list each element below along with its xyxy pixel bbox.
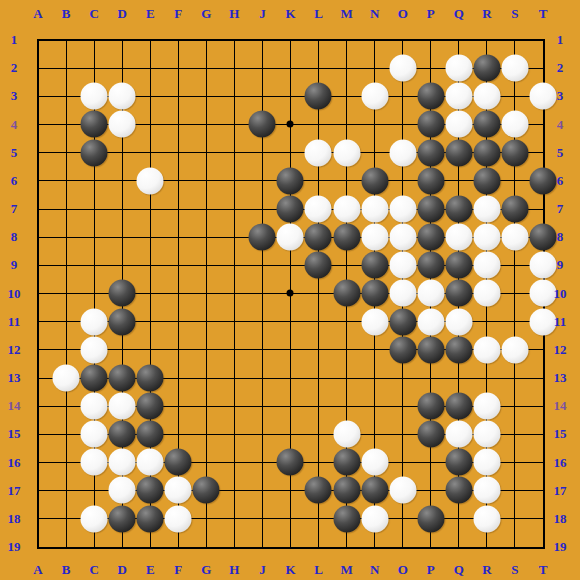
intersection-H3[interactable]	[220, 82, 248, 110]
intersection-R13[interactable]	[473, 364, 501, 392]
intersection-O9[interactable]	[389, 251, 417, 279]
intersection-L16[interactable]	[304, 448, 332, 476]
intersection-P16[interactable]	[417, 448, 445, 476]
intersection-A4[interactable]	[24, 110, 52, 138]
intersection-C3[interactable]	[80, 82, 108, 110]
intersection-K8[interactable]	[276, 223, 304, 251]
intersection-D6[interactable]	[108, 167, 136, 195]
intersection-C14[interactable]	[80, 392, 108, 420]
intersection-S13[interactable]	[501, 364, 529, 392]
intersection-F18[interactable]	[164, 505, 192, 533]
intersection-E13[interactable]	[136, 364, 164, 392]
intersection-O19[interactable]	[389, 533, 417, 561]
intersection-F8[interactable]	[164, 223, 192, 251]
intersection-F6[interactable]	[164, 167, 192, 195]
intersection-L15[interactable]	[304, 420, 332, 448]
intersection-P12[interactable]	[417, 336, 445, 364]
intersection-J6[interactable]	[248, 167, 276, 195]
intersection-L19[interactable]	[304, 533, 332, 561]
intersection-B12[interactable]	[52, 336, 80, 364]
intersection-S2[interactable]	[501, 54, 529, 82]
intersection-F7[interactable]	[164, 195, 192, 223]
intersection-L14[interactable]	[304, 392, 332, 420]
intersection-S11[interactable]	[501, 307, 529, 335]
intersection-L17[interactable]	[304, 476, 332, 504]
intersection-H17[interactable]	[220, 476, 248, 504]
intersection-L7[interactable]	[304, 195, 332, 223]
intersection-A10[interactable]	[24, 279, 52, 307]
intersection-O7[interactable]	[389, 195, 417, 223]
intersection-H12[interactable]	[220, 336, 248, 364]
intersection-S17[interactable]	[501, 476, 529, 504]
intersection-B14[interactable]	[52, 392, 80, 420]
intersection-C6[interactable]	[80, 167, 108, 195]
intersection-J15[interactable]	[248, 420, 276, 448]
intersection-H6[interactable]	[220, 167, 248, 195]
intersection-B16[interactable]	[52, 448, 80, 476]
intersection-J11[interactable]	[248, 307, 276, 335]
intersection-N12[interactable]	[361, 336, 389, 364]
intersection-C15[interactable]	[80, 420, 108, 448]
intersection-G12[interactable]	[192, 336, 220, 364]
intersection-A15[interactable]	[24, 420, 52, 448]
intersection-P5[interactable]	[417, 139, 445, 167]
intersection-J8[interactable]	[248, 223, 276, 251]
intersection-G7[interactable]	[192, 195, 220, 223]
intersection-D9[interactable]	[108, 251, 136, 279]
intersection-C1[interactable]	[80, 26, 108, 54]
intersection-A14[interactable]	[24, 392, 52, 420]
intersection-N9[interactable]	[361, 251, 389, 279]
intersection-E19[interactable]	[136, 533, 164, 561]
intersection-C17[interactable]	[80, 476, 108, 504]
intersection-L12[interactable]	[304, 336, 332, 364]
intersection-M16[interactable]	[332, 448, 360, 476]
intersection-R19[interactable]	[473, 533, 501, 561]
intersection-B18[interactable]	[52, 505, 80, 533]
intersection-E8[interactable]	[136, 223, 164, 251]
intersection-L10[interactable]	[304, 279, 332, 307]
intersection-M10[interactable]	[332, 279, 360, 307]
intersection-K10[interactable]	[276, 279, 304, 307]
intersection-J16[interactable]	[248, 448, 276, 476]
intersection-E4[interactable]	[136, 110, 164, 138]
intersection-L11[interactable]	[304, 307, 332, 335]
intersection-G10[interactable]	[192, 279, 220, 307]
intersection-D11[interactable]	[108, 307, 136, 335]
intersection-M9[interactable]	[332, 251, 360, 279]
intersection-B7[interactable]	[52, 195, 80, 223]
intersection-C5[interactable]	[80, 139, 108, 167]
intersection-B8[interactable]	[52, 223, 80, 251]
intersection-P1[interactable]	[417, 26, 445, 54]
intersection-N8[interactable]	[361, 223, 389, 251]
intersection-C9[interactable]	[80, 251, 108, 279]
intersection-O12[interactable]	[389, 336, 417, 364]
intersection-L2[interactable]	[304, 54, 332, 82]
intersection-O1[interactable]	[389, 26, 417, 54]
intersection-J4[interactable]	[248, 110, 276, 138]
intersection-H1[interactable]	[220, 26, 248, 54]
intersection-C10[interactable]	[80, 279, 108, 307]
intersection-S10[interactable]	[501, 279, 529, 307]
intersection-H7[interactable]	[220, 195, 248, 223]
intersection-K18[interactable]	[276, 505, 304, 533]
intersection-E6[interactable]	[136, 167, 164, 195]
intersection-P19[interactable]	[417, 533, 445, 561]
intersection-J18[interactable]	[248, 505, 276, 533]
intersection-N14[interactable]	[361, 392, 389, 420]
intersection-Q13[interactable]	[445, 364, 473, 392]
intersection-D1[interactable]	[108, 26, 136, 54]
intersection-H4[interactable]	[220, 110, 248, 138]
intersection-E2[interactable]	[136, 54, 164, 82]
intersection-Q18[interactable]	[445, 505, 473, 533]
intersection-N5[interactable]	[361, 139, 389, 167]
intersection-H19[interactable]	[220, 533, 248, 561]
intersection-Q5[interactable]	[445, 139, 473, 167]
intersection-R4[interactable]	[473, 110, 501, 138]
intersection-P8[interactable]	[417, 223, 445, 251]
intersection-J14[interactable]	[248, 392, 276, 420]
intersection-F16[interactable]	[164, 448, 192, 476]
intersection-O10[interactable]	[389, 279, 417, 307]
intersection-C13[interactable]	[80, 364, 108, 392]
intersection-L5[interactable]	[304, 139, 332, 167]
intersection-K2[interactable]	[276, 54, 304, 82]
intersection-L1[interactable]	[304, 26, 332, 54]
intersection-K1[interactable]	[276, 26, 304, 54]
intersection-F10[interactable]	[164, 279, 192, 307]
intersection-R2[interactable]	[473, 54, 501, 82]
intersection-C8[interactable]	[80, 223, 108, 251]
intersection-O2[interactable]	[389, 54, 417, 82]
intersection-G13[interactable]	[192, 364, 220, 392]
intersection-S3[interactable]	[501, 82, 529, 110]
intersection-H5[interactable]	[220, 139, 248, 167]
intersection-J3[interactable]	[248, 82, 276, 110]
intersection-P4[interactable]	[417, 110, 445, 138]
intersection-P9[interactable]	[417, 251, 445, 279]
intersection-M3[interactable]	[332, 82, 360, 110]
intersection-F13[interactable]	[164, 364, 192, 392]
intersection-J7[interactable]	[248, 195, 276, 223]
intersection-G16[interactable]	[192, 448, 220, 476]
intersection-G2[interactable]	[192, 54, 220, 82]
intersection-P18[interactable]	[417, 505, 445, 533]
intersection-M7[interactable]	[332, 195, 360, 223]
intersection-S19[interactable]	[501, 533, 529, 561]
intersection-Q6[interactable]	[445, 167, 473, 195]
intersection-K17[interactable]	[276, 476, 304, 504]
intersection-D3[interactable]	[108, 82, 136, 110]
intersection-J9[interactable]	[248, 251, 276, 279]
intersection-Q1[interactable]	[445, 26, 473, 54]
intersection-P15[interactable]	[417, 420, 445, 448]
intersection-D16[interactable]	[108, 448, 136, 476]
intersection-R7[interactable]	[473, 195, 501, 223]
intersection-C7[interactable]	[80, 195, 108, 223]
intersection-R1[interactable]	[473, 26, 501, 54]
intersection-M8[interactable]	[332, 223, 360, 251]
intersection-R12[interactable]	[473, 336, 501, 364]
intersection-N3[interactable]	[361, 82, 389, 110]
intersection-B2[interactable]	[52, 54, 80, 82]
intersection-N18[interactable]	[361, 505, 389, 533]
intersection-A2[interactable]	[24, 54, 52, 82]
intersection-Q17[interactable]	[445, 476, 473, 504]
intersection-S8[interactable]	[501, 223, 529, 251]
intersection-Q16[interactable]	[445, 448, 473, 476]
intersection-D2[interactable]	[108, 54, 136, 82]
intersection-R15[interactable]	[473, 420, 501, 448]
intersection-N2[interactable]	[361, 54, 389, 82]
intersection-C2[interactable]	[80, 54, 108, 82]
intersection-K9[interactable]	[276, 251, 304, 279]
intersection-J1[interactable]	[248, 26, 276, 54]
intersection-Q3[interactable]	[445, 82, 473, 110]
intersection-Q8[interactable]	[445, 223, 473, 251]
intersection-H8[interactable]	[220, 223, 248, 251]
intersection-M11[interactable]	[332, 307, 360, 335]
intersection-B13[interactable]	[52, 364, 80, 392]
intersection-A3[interactable]	[24, 82, 52, 110]
intersection-J19[interactable]	[248, 533, 276, 561]
intersection-E14[interactable]	[136, 392, 164, 420]
intersection-H16[interactable]	[220, 448, 248, 476]
intersection-C11[interactable]	[80, 307, 108, 335]
intersection-G18[interactable]	[192, 505, 220, 533]
intersection-N11[interactable]	[361, 307, 389, 335]
intersection-F2[interactable]	[164, 54, 192, 82]
intersection-K3[interactable]	[276, 82, 304, 110]
intersection-H11[interactable]	[220, 307, 248, 335]
intersection-O6[interactable]	[389, 167, 417, 195]
intersection-J2[interactable]	[248, 54, 276, 82]
intersection-D4[interactable]	[108, 110, 136, 138]
intersection-N4[interactable]	[361, 110, 389, 138]
intersection-B1[interactable]	[52, 26, 80, 54]
intersection-K5[interactable]	[276, 139, 304, 167]
intersection-E15[interactable]	[136, 420, 164, 448]
intersection-G6[interactable]	[192, 167, 220, 195]
intersection-K19[interactable]	[276, 533, 304, 561]
intersection-E10[interactable]	[136, 279, 164, 307]
intersection-Q7[interactable]	[445, 195, 473, 223]
intersection-N7[interactable]	[361, 195, 389, 223]
intersection-Q10[interactable]	[445, 279, 473, 307]
intersection-B10[interactable]	[52, 279, 80, 307]
intersection-H15[interactable]	[220, 420, 248, 448]
intersection-D17[interactable]	[108, 476, 136, 504]
intersection-B3[interactable]	[52, 82, 80, 110]
intersection-C18[interactable]	[80, 505, 108, 533]
intersection-A7[interactable]	[24, 195, 52, 223]
intersection-O15[interactable]	[389, 420, 417, 448]
intersection-E1[interactable]	[136, 26, 164, 54]
intersection-P6[interactable]	[417, 167, 445, 195]
intersection-M4[interactable]	[332, 110, 360, 138]
intersection-R16[interactable]	[473, 448, 501, 476]
intersection-M13[interactable]	[332, 364, 360, 392]
intersection-F11[interactable]	[164, 307, 192, 335]
intersection-J13[interactable]	[248, 364, 276, 392]
intersection-R5[interactable]	[473, 139, 501, 167]
intersection-M2[interactable]	[332, 54, 360, 82]
intersection-M5[interactable]	[332, 139, 360, 167]
intersection-G11[interactable]	[192, 307, 220, 335]
intersection-S9[interactable]	[501, 251, 529, 279]
intersection-Q15[interactable]	[445, 420, 473, 448]
intersection-L18[interactable]	[304, 505, 332, 533]
intersection-E11[interactable]	[136, 307, 164, 335]
intersection-N1[interactable]	[361, 26, 389, 54]
intersection-K4[interactable]	[276, 110, 304, 138]
intersection-R17[interactable]	[473, 476, 501, 504]
intersection-N17[interactable]	[361, 476, 389, 504]
intersection-N13[interactable]	[361, 364, 389, 392]
intersection-G4[interactable]	[192, 110, 220, 138]
intersection-S15[interactable]	[501, 420, 529, 448]
intersection-H18[interactable]	[220, 505, 248, 533]
intersection-B4[interactable]	[52, 110, 80, 138]
intersection-Q11[interactable]	[445, 307, 473, 335]
intersection-Q9[interactable]	[445, 251, 473, 279]
intersection-P10[interactable]	[417, 279, 445, 307]
intersection-K7[interactable]	[276, 195, 304, 223]
intersection-G3[interactable]	[192, 82, 220, 110]
intersection-P2[interactable]	[417, 54, 445, 82]
intersection-A11[interactable]	[24, 307, 52, 335]
intersection-A18[interactable]	[24, 505, 52, 533]
intersection-S14[interactable]	[501, 392, 529, 420]
intersection-P13[interactable]	[417, 364, 445, 392]
intersection-D14[interactable]	[108, 392, 136, 420]
intersection-J12[interactable]	[248, 336, 276, 364]
intersection-K11[interactable]	[276, 307, 304, 335]
intersection-M17[interactable]	[332, 476, 360, 504]
intersection-R18[interactable]	[473, 505, 501, 533]
intersection-A8[interactable]	[24, 223, 52, 251]
intersection-D10[interactable]	[108, 279, 136, 307]
intersection-O11[interactable]	[389, 307, 417, 335]
intersection-F4[interactable]	[164, 110, 192, 138]
intersection-H14[interactable]	[220, 392, 248, 420]
intersection-S4[interactable]	[501, 110, 529, 138]
intersection-P11[interactable]	[417, 307, 445, 335]
intersection-J10[interactable]	[248, 279, 276, 307]
intersection-E16[interactable]	[136, 448, 164, 476]
intersection-O8[interactable]	[389, 223, 417, 251]
intersection-M19[interactable]	[332, 533, 360, 561]
intersection-Q14[interactable]	[445, 392, 473, 420]
intersection-Q12[interactable]	[445, 336, 473, 364]
intersection-F3[interactable]	[164, 82, 192, 110]
intersection-E5[interactable]	[136, 139, 164, 167]
intersection-M18[interactable]	[332, 505, 360, 533]
intersection-N16[interactable]	[361, 448, 389, 476]
intersection-D18[interactable]	[108, 505, 136, 533]
intersection-N10[interactable]	[361, 279, 389, 307]
intersection-C19[interactable]	[80, 533, 108, 561]
intersection-B17[interactable]	[52, 476, 80, 504]
intersection-L6[interactable]	[304, 167, 332, 195]
intersection-B19[interactable]	[52, 533, 80, 561]
intersection-G9[interactable]	[192, 251, 220, 279]
intersection-M12[interactable]	[332, 336, 360, 364]
intersection-E9[interactable]	[136, 251, 164, 279]
intersection-A9[interactable]	[24, 251, 52, 279]
intersection-F19[interactable]	[164, 533, 192, 561]
intersection-F17[interactable]	[164, 476, 192, 504]
intersection-O13[interactable]	[389, 364, 417, 392]
intersection-H9[interactable]	[220, 251, 248, 279]
intersection-L3[interactable]	[304, 82, 332, 110]
intersection-K16[interactable]	[276, 448, 304, 476]
intersection-G17[interactable]	[192, 476, 220, 504]
intersection-R3[interactable]	[473, 82, 501, 110]
intersection-R10[interactable]	[473, 279, 501, 307]
intersection-M6[interactable]	[332, 167, 360, 195]
intersection-D15[interactable]	[108, 420, 136, 448]
intersection-B11[interactable]	[52, 307, 80, 335]
intersection-S5[interactable]	[501, 139, 529, 167]
intersection-L4[interactable]	[304, 110, 332, 138]
intersection-G5[interactable]	[192, 139, 220, 167]
intersection-N15[interactable]	[361, 420, 389, 448]
intersection-O18[interactable]	[389, 505, 417, 533]
intersection-K13[interactable]	[276, 364, 304, 392]
intersection-C12[interactable]	[80, 336, 108, 364]
intersection-O5[interactable]	[389, 139, 417, 167]
intersection-M15[interactable]	[332, 420, 360, 448]
intersection-B6[interactable]	[52, 167, 80, 195]
intersection-A19[interactable]	[24, 533, 52, 561]
intersection-O16[interactable]	[389, 448, 417, 476]
intersection-S6[interactable]	[501, 167, 529, 195]
intersection-O4[interactable]	[389, 110, 417, 138]
intersection-K12[interactable]	[276, 336, 304, 364]
intersection-J5[interactable]	[248, 139, 276, 167]
intersection-P3[interactable]	[417, 82, 445, 110]
intersection-A12[interactable]	[24, 336, 52, 364]
intersection-R14[interactable]	[473, 392, 501, 420]
intersection-Q19[interactable]	[445, 533, 473, 561]
intersection-G1[interactable]	[192, 26, 220, 54]
intersection-L13[interactable]	[304, 364, 332, 392]
intersection-A5[interactable]	[24, 139, 52, 167]
intersection-R9[interactable]	[473, 251, 501, 279]
intersection-F9[interactable]	[164, 251, 192, 279]
intersection-S12[interactable]	[501, 336, 529, 364]
intersection-C4[interactable]	[80, 110, 108, 138]
intersection-H10[interactable]	[220, 279, 248, 307]
intersection-K14[interactable]	[276, 392, 304, 420]
intersection-H13[interactable]	[220, 364, 248, 392]
intersection-M1[interactable]	[332, 26, 360, 54]
intersection-A16[interactable]	[24, 448, 52, 476]
intersection-O3[interactable]	[389, 82, 417, 110]
intersection-G8[interactable]	[192, 223, 220, 251]
intersection-Q2[interactable]	[445, 54, 473, 82]
intersection-C16[interactable]	[80, 448, 108, 476]
intersection-P17[interactable]	[417, 476, 445, 504]
intersection-A1[interactable]	[24, 26, 52, 54]
intersection-N19[interactable]	[361, 533, 389, 561]
intersection-L8[interactable]	[304, 223, 332, 251]
intersection-S16[interactable]	[501, 448, 529, 476]
intersection-R6[interactable]	[473, 167, 501, 195]
